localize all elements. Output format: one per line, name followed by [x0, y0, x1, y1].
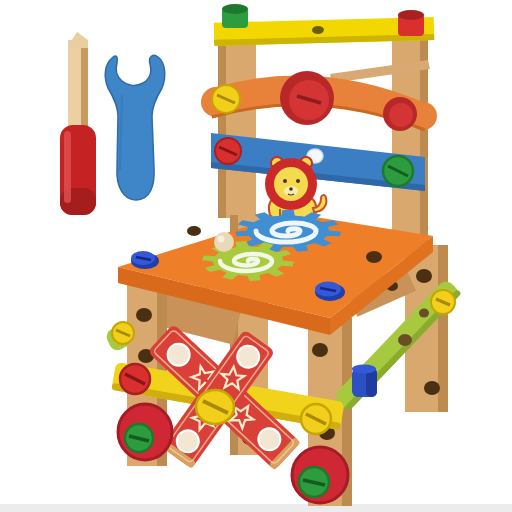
bolt-hole — [312, 343, 328, 357]
front-right-wheel — [292, 447, 348, 503]
bolt-head — [389, 103, 413, 127]
floor-strip — [0, 504, 512, 512]
yellow-flat-screw-bottom — [301, 404, 331, 434]
red-flat-screw-blue-rail — [215, 138, 241, 164]
bolt-top — [352, 365, 376, 374]
seat-hole — [187, 226, 201, 236]
green-cap-bolt — [222, 4, 248, 28]
red-right-bolt — [383, 97, 417, 131]
lion-eye — [296, 179, 300, 183]
lion-nose — [289, 187, 293, 191]
bolt-hole — [136, 308, 152, 322]
product-photo-toy-chair — [0, 0, 512, 512]
green-flat-screw-blue-rail — [383, 156, 413, 186]
left-back-post — [218, 26, 256, 218]
yellow-bolt-top-right — [431, 290, 455, 314]
knob-ball — [214, 232, 234, 252]
front-left-wheel — [118, 404, 172, 460]
green-cap-bolt-top — [222, 4, 248, 14]
bolt-hole — [424, 381, 440, 395]
blue-bolt-right-rail — [352, 365, 377, 398]
bolt-hole — [416, 269, 432, 283]
bolt-hole — [398, 334, 412, 346]
red-cap-bolt — [398, 10, 424, 36]
yellow-flat-screw-left — [212, 85, 240, 113]
wooden-knob — [214, 232, 234, 252]
scene-canvas — [0, 0, 512, 512]
screwdriver-shaft-shade — [81, 40, 88, 130]
cross-center-bolt — [196, 390, 234, 424]
left-rail-yellow-bolt — [112, 322, 134, 344]
red-flat-screw-bottom — [120, 364, 150, 394]
bolt-hole — [419, 309, 429, 318]
screwdriver-highlight — [64, 131, 71, 203]
red-center-bolt — [280, 71, 334, 125]
knob-highlight — [218, 236, 225, 243]
left-back-post-shade — [218, 26, 226, 218]
red-cap-bolt-top — [398, 10, 424, 20]
seat-hole — [366, 251, 382, 263]
lion-eye — [283, 179, 287, 183]
